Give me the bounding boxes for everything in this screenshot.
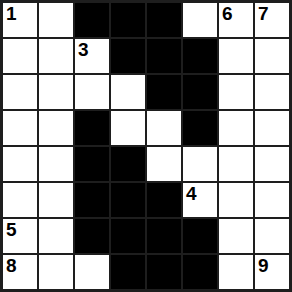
cell-r0c0[interactable]: 1 xyxy=(3,3,37,37)
cell-r0c2 xyxy=(75,3,109,37)
cell-r6c7[interactable] xyxy=(255,219,289,253)
cell-r4c0[interactable] xyxy=(3,147,37,181)
cell-r3c3[interactable] xyxy=(111,111,145,145)
cell-r3c6[interactable] xyxy=(219,111,253,145)
cell-r2c4 xyxy=(147,75,181,109)
cell-r2c5 xyxy=(183,75,217,109)
cell-r6c2 xyxy=(75,219,109,253)
cell-r4c5[interactable] xyxy=(183,147,217,181)
cell-r3c5 xyxy=(183,111,217,145)
cell-r5c6[interactable] xyxy=(219,183,253,217)
cell-r0c5[interactable] xyxy=(183,3,217,37)
cell-r1c3 xyxy=(111,39,145,73)
cell-r7c6[interactable] xyxy=(219,255,253,289)
cell-r5c3 xyxy=(111,183,145,217)
clue-number: 8 xyxy=(6,255,17,277)
cell-r7c5 xyxy=(183,255,217,289)
cell-r0c4 xyxy=(147,3,181,37)
puzzle-board: 16734589 xyxy=(0,0,292,292)
cell-r6c3 xyxy=(111,219,145,253)
cell-r3c4[interactable] xyxy=(147,111,181,145)
cell-r7c1[interactable] xyxy=(39,255,73,289)
clue-number: 6 xyxy=(222,3,233,25)
cell-r4c1[interactable] xyxy=(39,147,73,181)
cell-r7c0[interactable]: 8 xyxy=(3,255,37,289)
cell-r6c0[interactable]: 5 xyxy=(3,219,37,253)
cell-r3c2 xyxy=(75,111,109,145)
clue-number: 4 xyxy=(186,183,197,205)
cell-r7c7[interactable]: 9 xyxy=(255,255,289,289)
cell-r3c7[interactable] xyxy=(255,111,289,145)
clue-number: 9 xyxy=(258,255,269,277)
cell-r5c0[interactable] xyxy=(3,183,37,217)
clue-number: 5 xyxy=(6,219,17,241)
cell-r5c7[interactable] xyxy=(255,183,289,217)
cell-r4c4[interactable] xyxy=(147,147,181,181)
cell-r4c2 xyxy=(75,147,109,181)
cell-r2c2[interactable] xyxy=(75,75,109,109)
cell-r7c2[interactable] xyxy=(75,255,109,289)
cell-r6c1[interactable] xyxy=(39,219,73,253)
cell-r7c3 xyxy=(111,255,145,289)
cell-r2c3[interactable] xyxy=(111,75,145,109)
cell-r1c6[interactable] xyxy=(219,39,253,73)
cell-r7c4 xyxy=(147,255,181,289)
cell-r2c6[interactable] xyxy=(219,75,253,109)
cell-r0c3 xyxy=(111,3,145,37)
cell-r5c4 xyxy=(147,183,181,217)
cell-r6c6[interactable] xyxy=(219,219,253,253)
cell-r1c0[interactable] xyxy=(3,39,37,73)
cell-r0c1[interactable] xyxy=(39,3,73,37)
cell-r5c2 xyxy=(75,183,109,217)
clue-number: 3 xyxy=(78,39,89,61)
cell-r1c4 xyxy=(147,39,181,73)
cell-r1c5 xyxy=(183,39,217,73)
clue-number: 7 xyxy=(258,3,269,25)
cell-r0c6[interactable]: 6 xyxy=(219,3,253,37)
cell-r3c0[interactable] xyxy=(3,111,37,145)
cell-r3c1[interactable] xyxy=(39,111,73,145)
cell-r2c7[interactable] xyxy=(255,75,289,109)
cell-r1c7[interactable] xyxy=(255,39,289,73)
cell-r1c2[interactable]: 3 xyxy=(75,39,109,73)
cell-r2c1[interactable] xyxy=(39,75,73,109)
cell-r5c1[interactable] xyxy=(39,183,73,217)
cell-r1c1[interactable] xyxy=(39,39,73,73)
cell-r0c7[interactable]: 7 xyxy=(255,3,289,37)
cell-r2c0[interactable] xyxy=(3,75,37,109)
clue-number: 1 xyxy=(6,3,17,25)
cell-r6c4 xyxy=(147,219,181,253)
cell-r4c7[interactable] xyxy=(255,147,289,181)
cell-r4c3 xyxy=(111,147,145,181)
cell-r6c5 xyxy=(183,219,217,253)
cell-r4c6[interactable] xyxy=(219,147,253,181)
cell-r5c5[interactable]: 4 xyxy=(183,183,217,217)
